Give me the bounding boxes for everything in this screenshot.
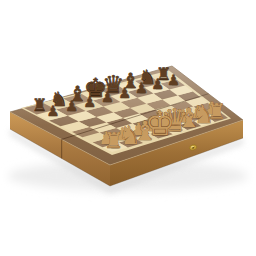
piece-black-pawn-g7: ♟ — [65, 98, 78, 114]
glyph-rook: ♜ — [32, 95, 48, 115]
piece-white-rook-h1: ♜ — [104, 128, 124, 153]
piece-black-pawn-b7: ♟ — [151, 76, 164, 92]
glyph-pawn: ♟ — [167, 72, 180, 88]
glyph-pawn: ♟ — [135, 80, 148, 96]
piece-black-pawn-c7: ♟ — [135, 80, 148, 96]
chess-set-photo: ♜♞♟♝♟♛♟♚♟♝♟♞♟♜♟♟♟♟♜♟♞♟♝♛♟♚♟♝♟♞♟♜ — [0, 0, 256, 256]
glyph-pawn: ♟ — [65, 98, 78, 114]
piece-black-pawn-h7: ♟ — [47, 103, 60, 119]
product-photo: ♜♞♟♝♟♛♟♚♟♝♟♞♟♜♟♟♟♟♜♟♞♟♝♛♟♚♟♝♟♞♟♜ — [0, 0, 256, 256]
piece-black-pawn-d7: ♟ — [118, 85, 131, 101]
glyph-pawn: ♟ — [47, 103, 60, 119]
glyph-rook: ♜ — [104, 128, 124, 153]
piece-black-pawn-e7: ♟ — [101, 89, 114, 105]
piece-black-pawn-a7: ♟ — [167, 72, 180, 88]
glyph-pawn: ♟ — [101, 89, 114, 105]
glyph-pawn: ♟ — [118, 85, 131, 101]
piece-black-pawn-f7: ♟ — [83, 94, 96, 110]
glyph-pawn: ♟ — [151, 76, 164, 92]
glyph-pawn: ♟ — [83, 94, 96, 110]
piece-black-rook-h8: ♜ — [32, 95, 48, 115]
